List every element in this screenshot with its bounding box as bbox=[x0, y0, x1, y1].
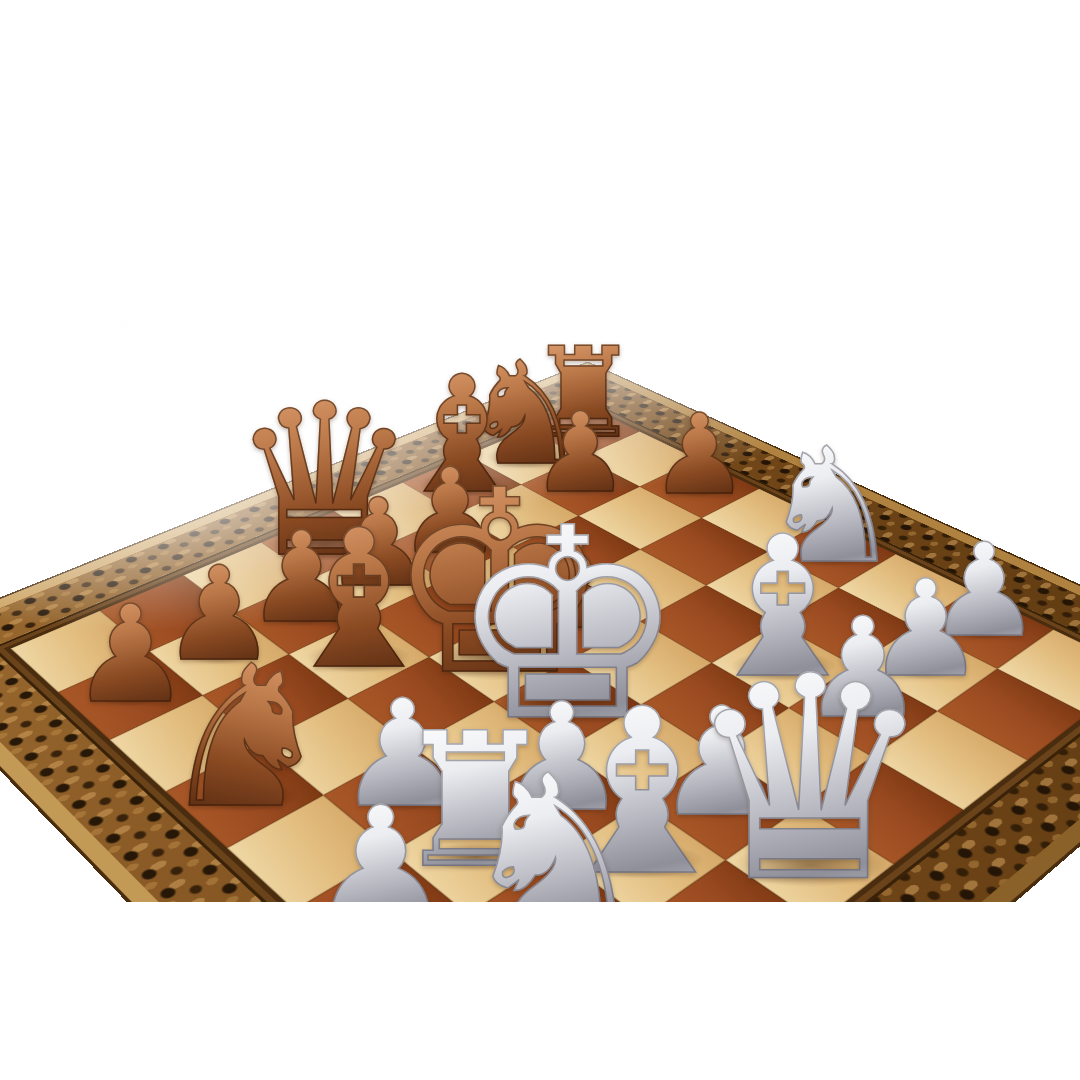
piece-black-knight-a5[interactable]: ♞ bbox=[157, 639, 332, 835]
photo-crop-top bbox=[0, 0, 1080, 318]
queen-glyph: ♛ bbox=[683, 639, 936, 921]
piece-white-queen-d1[interactable]: ♛ bbox=[683, 639, 936, 921]
knight-glyph: ♞ bbox=[157, 639, 332, 835]
product-photo-scene: ♛♝♞♜♟♟♟♟♟♟♟♝♞♟♚♟♚♞♟♜♟♝♞♝♟♟♟♟♛ bbox=[0, 0, 1080, 1080]
photo-crop-bottom bbox=[0, 902, 1080, 1080]
